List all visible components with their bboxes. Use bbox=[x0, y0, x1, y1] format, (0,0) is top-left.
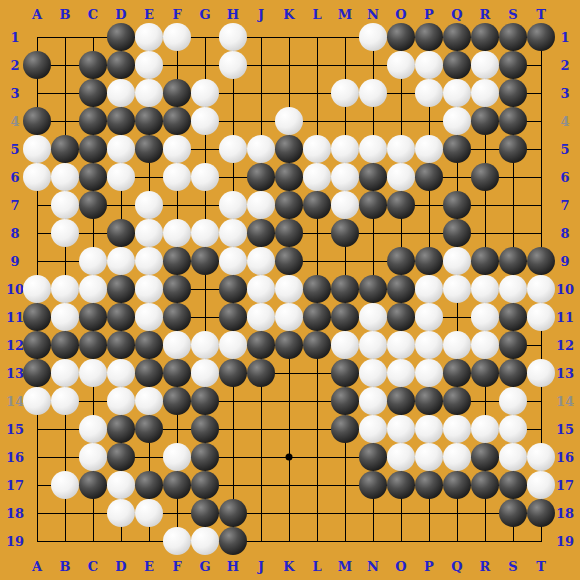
black-stone-S17[interactable] bbox=[499, 471, 527, 499]
row-label-left-6: 6 bbox=[10, 171, 19, 184]
white-stone-Q16[interactable] bbox=[443, 443, 471, 471]
black-stone-D2[interactable] bbox=[107, 51, 135, 79]
white-stone-M7[interactable] bbox=[331, 191, 359, 219]
column-label-bottom-O: O bbox=[395, 560, 406, 573]
row-label-left-4: 4 bbox=[10, 115, 19, 128]
white-stone-E14[interactable] bbox=[135, 387, 163, 415]
row-label-right-10: 10 bbox=[556, 283, 574, 296]
black-stone-E15[interactable] bbox=[135, 415, 163, 443]
black-stone-P17[interactable] bbox=[415, 471, 443, 499]
white-stone-N14[interactable] bbox=[359, 387, 387, 415]
white-stone-F8[interactable] bbox=[163, 219, 191, 247]
column-label-bottom-T: T bbox=[536, 560, 546, 573]
white-stone-G6[interactable] bbox=[191, 163, 219, 191]
black-stone-K5[interactable] bbox=[275, 135, 303, 163]
black-stone-H10[interactable] bbox=[219, 275, 247, 303]
row-label-left-19: 19 bbox=[6, 535, 24, 548]
black-stone-P6[interactable] bbox=[415, 163, 443, 191]
white-stone-O2[interactable] bbox=[387, 51, 415, 79]
white-stone-T16[interactable] bbox=[527, 443, 555, 471]
black-stone-T1[interactable] bbox=[527, 23, 555, 51]
white-stone-N5[interactable] bbox=[359, 135, 387, 163]
white-stone-T10[interactable] bbox=[527, 275, 555, 303]
black-stone-E17[interactable] bbox=[135, 471, 163, 499]
white-stone-H2[interactable] bbox=[219, 51, 247, 79]
black-stone-D16[interactable] bbox=[107, 443, 135, 471]
white-stone-O15[interactable] bbox=[387, 415, 415, 443]
column-label-top-B: B bbox=[60, 8, 71, 21]
white-stone-O16[interactable] bbox=[387, 443, 415, 471]
black-stone-S2[interactable] bbox=[499, 51, 527, 79]
black-stone-S4[interactable] bbox=[499, 107, 527, 135]
black-stone-D10[interactable] bbox=[107, 275, 135, 303]
black-stone-M11[interactable] bbox=[331, 303, 359, 331]
white-stone-M6[interactable] bbox=[331, 163, 359, 191]
white-stone-B17[interactable] bbox=[51, 471, 79, 499]
black-stone-H19[interactable] bbox=[219, 527, 247, 555]
white-stone-J10[interactable] bbox=[247, 275, 275, 303]
white-stone-F12[interactable] bbox=[163, 331, 191, 359]
column-label-bottom-M: M bbox=[338, 560, 352, 573]
column-label-bottom-P: P bbox=[424, 560, 434, 573]
black-stone-D15[interactable] bbox=[107, 415, 135, 443]
star-point-K16 bbox=[286, 454, 293, 461]
black-stone-S11[interactable] bbox=[499, 303, 527, 331]
row-label-right-4: 4 bbox=[560, 115, 569, 128]
row-label-left-18: 18 bbox=[6, 507, 24, 520]
white-stone-F16[interactable] bbox=[163, 443, 191, 471]
row-label-left-2: 2 bbox=[10, 59, 19, 72]
white-stone-E9[interactable] bbox=[135, 247, 163, 275]
black-stone-L12[interactable] bbox=[303, 331, 331, 359]
white-stone-P12[interactable] bbox=[415, 331, 443, 359]
column-label-bottom-Q: Q bbox=[451, 560, 462, 573]
black-stone-F17[interactable] bbox=[163, 471, 191, 499]
column-label-bottom-C: C bbox=[88, 560, 98, 573]
white-stone-E7[interactable] bbox=[135, 191, 163, 219]
black-stone-S3[interactable] bbox=[499, 79, 527, 107]
white-stone-Q15[interactable] bbox=[443, 415, 471, 443]
black-stone-G16[interactable] bbox=[191, 443, 219, 471]
black-stone-K7[interactable] bbox=[275, 191, 303, 219]
black-stone-D11[interactable] bbox=[107, 303, 135, 331]
black-stone-Q14[interactable] bbox=[443, 387, 471, 415]
column-label-top-N: N bbox=[367, 8, 379, 21]
row-label-left-5: 5 bbox=[10, 143, 19, 156]
white-stone-E11[interactable] bbox=[135, 303, 163, 331]
white-stone-E2[interactable] bbox=[135, 51, 163, 79]
black-stone-O10[interactable] bbox=[387, 275, 415, 303]
white-stone-H8[interactable] bbox=[219, 219, 247, 247]
black-stone-E5[interactable] bbox=[135, 135, 163, 163]
column-label-top-F: F bbox=[172, 8, 181, 21]
white-stone-E3[interactable] bbox=[135, 79, 163, 107]
black-stone-F3[interactable] bbox=[163, 79, 191, 107]
white-stone-P5[interactable] bbox=[415, 135, 443, 163]
white-stone-Q10[interactable] bbox=[443, 275, 471, 303]
white-stone-Q9[interactable] bbox=[443, 247, 471, 275]
black-stone-M8[interactable] bbox=[331, 219, 359, 247]
black-stone-Q1[interactable] bbox=[443, 23, 471, 51]
black-stone-R13[interactable] bbox=[471, 359, 499, 387]
white-stone-R10[interactable] bbox=[471, 275, 499, 303]
white-stone-R2[interactable] bbox=[471, 51, 499, 79]
white-stone-G3[interactable] bbox=[191, 79, 219, 107]
white-stone-T17[interactable] bbox=[527, 471, 555, 499]
black-stone-R6[interactable] bbox=[471, 163, 499, 191]
go-board[interactable]: AABBCCDDEEFFGGHHJJKKLLMMNNOOPPQQRRSSTT11… bbox=[0, 0, 580, 580]
white-stone-P15[interactable] bbox=[415, 415, 443, 443]
white-stone-E18[interactable] bbox=[135, 499, 163, 527]
black-stone-J8[interactable] bbox=[247, 219, 275, 247]
white-stone-T13[interactable] bbox=[527, 359, 555, 387]
white-stone-O6[interactable] bbox=[387, 163, 415, 191]
black-stone-M10[interactable] bbox=[331, 275, 359, 303]
black-stone-K9[interactable] bbox=[275, 247, 303, 275]
black-stone-S1[interactable] bbox=[499, 23, 527, 51]
white-stone-H1[interactable] bbox=[219, 23, 247, 51]
black-stone-S5[interactable] bbox=[499, 135, 527, 163]
white-stone-D9[interactable] bbox=[107, 247, 135, 275]
column-label-bottom-R: R bbox=[480, 560, 491, 573]
row-label-left-16: 16 bbox=[6, 451, 24, 464]
white-stone-H5[interactable] bbox=[219, 135, 247, 163]
white-stone-D5[interactable] bbox=[107, 135, 135, 163]
black-stone-N6[interactable] bbox=[359, 163, 387, 191]
white-stone-D3[interactable] bbox=[107, 79, 135, 107]
white-stone-A5[interactable] bbox=[23, 135, 51, 163]
white-stone-H9[interactable] bbox=[219, 247, 247, 275]
white-stone-N11[interactable] bbox=[359, 303, 387, 331]
white-stone-P3[interactable] bbox=[415, 79, 443, 107]
black-stone-Q17[interactable] bbox=[443, 471, 471, 499]
black-stone-P14[interactable] bbox=[415, 387, 443, 415]
black-stone-N7[interactable] bbox=[359, 191, 387, 219]
white-stone-R12[interactable] bbox=[471, 331, 499, 359]
black-stone-F13[interactable] bbox=[163, 359, 191, 387]
column-label-top-K: K bbox=[283, 8, 294, 21]
white-stone-M3[interactable] bbox=[331, 79, 359, 107]
white-stone-J9[interactable] bbox=[247, 247, 275, 275]
white-stone-E8[interactable] bbox=[135, 219, 163, 247]
column-label-top-T: T bbox=[536, 8, 546, 21]
black-stone-G14[interactable] bbox=[191, 387, 219, 415]
column-label-bottom-D: D bbox=[115, 560, 126, 573]
row-label-left-17: 17 bbox=[6, 479, 24, 492]
column-label-bottom-G: G bbox=[199, 560, 210, 573]
white-stone-G12[interactable] bbox=[191, 331, 219, 359]
black-stone-K12[interactable] bbox=[275, 331, 303, 359]
white-stone-B14[interactable] bbox=[51, 387, 79, 415]
white-stone-O12[interactable] bbox=[387, 331, 415, 359]
white-stone-B6[interactable] bbox=[51, 163, 79, 191]
column-label-top-G: G bbox=[199, 8, 210, 21]
white-stone-N12[interactable] bbox=[359, 331, 387, 359]
black-stone-C17[interactable] bbox=[79, 471, 107, 499]
white-stone-F5[interactable] bbox=[163, 135, 191, 163]
row-label-left-10: 10 bbox=[6, 283, 24, 296]
black-stone-H13[interactable] bbox=[219, 359, 247, 387]
white-stone-J11[interactable] bbox=[247, 303, 275, 331]
black-stone-S18[interactable] bbox=[499, 499, 527, 527]
black-stone-A12[interactable] bbox=[23, 331, 51, 359]
white-stone-T11[interactable] bbox=[527, 303, 555, 331]
white-stone-A10[interactable] bbox=[23, 275, 51, 303]
row-label-right-14: 14 bbox=[556, 395, 574, 408]
black-stone-H18[interactable] bbox=[219, 499, 247, 527]
column-label-bottom-J: J bbox=[258, 560, 264, 573]
black-stone-N10[interactable] bbox=[359, 275, 387, 303]
column-label-top-S: S bbox=[508, 8, 517, 21]
white-stone-S15[interactable] bbox=[499, 415, 527, 443]
column-label-top-O: O bbox=[395, 8, 406, 21]
column-label-bottom-B: B bbox=[60, 560, 71, 573]
white-stone-G8[interactable] bbox=[191, 219, 219, 247]
white-stone-D18[interactable] bbox=[107, 499, 135, 527]
white-stone-K10[interactable] bbox=[275, 275, 303, 303]
black-stone-S9[interactable] bbox=[499, 247, 527, 275]
white-stone-E1[interactable] bbox=[135, 23, 163, 51]
black-stone-R4[interactable] bbox=[471, 107, 499, 135]
white-stone-A6[interactable] bbox=[23, 163, 51, 191]
white-stone-H12[interactable] bbox=[219, 331, 247, 359]
white-stone-O13[interactable] bbox=[387, 359, 415, 387]
white-stone-B10[interactable] bbox=[51, 275, 79, 303]
white-stone-D13[interactable] bbox=[107, 359, 135, 387]
black-stone-D4[interactable] bbox=[107, 107, 135, 135]
black-stone-M15[interactable] bbox=[331, 415, 359, 443]
black-stone-A2[interactable] bbox=[23, 51, 51, 79]
black-stone-L7[interactable] bbox=[303, 191, 331, 219]
column-label-top-E: E bbox=[144, 8, 154, 21]
row-label-right-17: 17 bbox=[556, 479, 574, 492]
row-label-right-9: 9 bbox=[560, 255, 569, 268]
black-stone-D12[interactable] bbox=[107, 331, 135, 359]
row-label-right-18: 18 bbox=[556, 507, 574, 520]
white-stone-B7[interactable] bbox=[51, 191, 79, 219]
column-label-bottom-N: N bbox=[367, 560, 379, 573]
black-stone-D1[interactable] bbox=[107, 23, 135, 51]
black-stone-C4[interactable] bbox=[79, 107, 107, 135]
black-stone-J13[interactable] bbox=[247, 359, 275, 387]
white-stone-N13[interactable] bbox=[359, 359, 387, 387]
white-stone-E10[interactable] bbox=[135, 275, 163, 303]
white-stone-C13[interactable] bbox=[79, 359, 107, 387]
white-stone-Q12[interactable] bbox=[443, 331, 471, 359]
black-stone-R1[interactable] bbox=[471, 23, 499, 51]
column-label-top-A: A bbox=[32, 8, 42, 21]
black-stone-C2[interactable] bbox=[79, 51, 107, 79]
black-stone-M14[interactable] bbox=[331, 387, 359, 415]
white-stone-O5[interactable] bbox=[387, 135, 415, 163]
column-label-bottom-F: F bbox=[172, 560, 181, 573]
white-stone-F1[interactable] bbox=[163, 23, 191, 51]
black-stone-G17[interactable] bbox=[191, 471, 219, 499]
black-stone-Q8[interactable] bbox=[443, 219, 471, 247]
black-stone-H11[interactable] bbox=[219, 303, 247, 331]
column-label-bottom-K: K bbox=[283, 560, 294, 573]
black-stone-O1[interactable] bbox=[387, 23, 415, 51]
white-stone-N1[interactable] bbox=[359, 23, 387, 51]
white-stone-B11[interactable] bbox=[51, 303, 79, 331]
black-stone-T18[interactable] bbox=[527, 499, 555, 527]
white-stone-M5[interactable] bbox=[331, 135, 359, 163]
row-label-right-6: 6 bbox=[560, 171, 569, 184]
black-stone-E13[interactable] bbox=[135, 359, 163, 387]
white-stone-A14[interactable] bbox=[23, 387, 51, 415]
black-stone-F11[interactable] bbox=[163, 303, 191, 331]
row-label-right-12: 12 bbox=[556, 339, 574, 352]
row-label-left-11: 11 bbox=[6, 311, 24, 324]
white-stone-R3[interactable] bbox=[471, 79, 499, 107]
black-stone-L11[interactable] bbox=[303, 303, 331, 331]
black-stone-N16[interactable] bbox=[359, 443, 387, 471]
white-stone-B13[interactable] bbox=[51, 359, 79, 387]
black-stone-G9[interactable] bbox=[191, 247, 219, 275]
black-stone-F9[interactable] bbox=[163, 247, 191, 275]
white-stone-D17[interactable] bbox=[107, 471, 135, 499]
white-stone-C9[interactable] bbox=[79, 247, 107, 275]
black-stone-R17[interactable] bbox=[471, 471, 499, 499]
black-stone-C7[interactable] bbox=[79, 191, 107, 219]
black-stone-C3[interactable] bbox=[79, 79, 107, 107]
row-label-left-7: 7 bbox=[10, 199, 19, 212]
white-stone-F19[interactable] bbox=[163, 527, 191, 555]
column-label-bottom-E: E bbox=[144, 560, 154, 573]
black-stone-E4[interactable] bbox=[135, 107, 163, 135]
white-stone-H7[interactable] bbox=[219, 191, 247, 219]
black-stone-S12[interactable] bbox=[499, 331, 527, 359]
black-stone-O7[interactable] bbox=[387, 191, 415, 219]
row-label-right-7: 7 bbox=[560, 199, 569, 212]
black-stone-C5[interactable] bbox=[79, 135, 107, 163]
black-stone-A11[interactable] bbox=[23, 303, 51, 331]
black-stone-F4[interactable] bbox=[163, 107, 191, 135]
row-label-right-5: 5 bbox=[560, 143, 569, 156]
column-label-top-D: D bbox=[115, 8, 126, 21]
white-stone-P11[interactable] bbox=[415, 303, 443, 331]
row-label-left-9: 9 bbox=[10, 255, 19, 268]
white-stone-Q4[interactable] bbox=[443, 107, 471, 135]
black-stone-Q7[interactable] bbox=[443, 191, 471, 219]
white-stone-N3[interactable] bbox=[359, 79, 387, 107]
white-stone-P16[interactable] bbox=[415, 443, 443, 471]
black-stone-Q5[interactable] bbox=[443, 135, 471, 163]
black-stone-O14[interactable] bbox=[387, 387, 415, 415]
black-stone-P9[interactable] bbox=[415, 247, 443, 275]
white-stone-G19[interactable] bbox=[191, 527, 219, 555]
white-stone-S14[interactable] bbox=[499, 387, 527, 415]
white-stone-D14[interactable] bbox=[107, 387, 135, 415]
black-stone-O17[interactable] bbox=[387, 471, 415, 499]
row-label-left-14: 14 bbox=[6, 395, 24, 408]
white-stone-R15[interactable] bbox=[471, 415, 499, 443]
black-stone-J12[interactable] bbox=[247, 331, 275, 359]
white-stone-K4[interactable] bbox=[275, 107, 303, 135]
black-stone-M13[interactable] bbox=[331, 359, 359, 387]
white-stone-R11[interactable] bbox=[471, 303, 499, 331]
white-stone-P10[interactable] bbox=[415, 275, 443, 303]
black-stone-F14[interactable] bbox=[163, 387, 191, 415]
black-stone-D8[interactable] bbox=[107, 219, 135, 247]
black-stone-P1[interactable] bbox=[415, 23, 443, 51]
row-label-left-1: 1 bbox=[10, 31, 19, 44]
black-stone-A4[interactable] bbox=[23, 107, 51, 135]
white-stone-N15[interactable] bbox=[359, 415, 387, 443]
white-stone-J5[interactable] bbox=[247, 135, 275, 163]
white-stone-S16[interactable] bbox=[499, 443, 527, 471]
black-stone-N17[interactable] bbox=[359, 471, 387, 499]
black-stone-G18[interactable] bbox=[191, 499, 219, 527]
white-stone-L6[interactable] bbox=[303, 163, 331, 191]
row-label-right-19: 19 bbox=[556, 535, 574, 548]
white-stone-C10[interactable] bbox=[79, 275, 107, 303]
column-label-top-C: C bbox=[88, 8, 98, 21]
black-stone-K6[interactable] bbox=[275, 163, 303, 191]
black-stone-S13[interactable] bbox=[499, 359, 527, 387]
white-stone-F6[interactable] bbox=[163, 163, 191, 191]
row-label-right-8: 8 bbox=[560, 227, 569, 240]
black-stone-G15[interactable] bbox=[191, 415, 219, 443]
column-label-top-H: H bbox=[227, 8, 239, 21]
black-stone-L10[interactable] bbox=[303, 275, 331, 303]
black-stone-C6[interactable] bbox=[79, 163, 107, 191]
row-label-right-13: 13 bbox=[556, 367, 574, 380]
white-stone-B8[interactable] bbox=[51, 219, 79, 247]
white-stone-G4[interactable] bbox=[191, 107, 219, 135]
white-stone-M12[interactable] bbox=[331, 331, 359, 359]
black-stone-T9[interactable] bbox=[527, 247, 555, 275]
black-stone-O11[interactable] bbox=[387, 303, 415, 331]
white-stone-C15[interactable] bbox=[79, 415, 107, 443]
row-label-left-3: 3 bbox=[10, 87, 19, 100]
black-stone-Q13[interactable] bbox=[443, 359, 471, 387]
black-stone-O9[interactable] bbox=[387, 247, 415, 275]
white-stone-P13[interactable] bbox=[415, 359, 443, 387]
row-label-left-15: 15 bbox=[6, 423, 24, 436]
white-stone-K11[interactable] bbox=[275, 303, 303, 331]
row-label-right-3: 3 bbox=[560, 87, 569, 100]
white-stone-L5[interactable] bbox=[303, 135, 331, 163]
white-stone-G13[interactable] bbox=[191, 359, 219, 387]
black-stone-F10[interactable] bbox=[163, 275, 191, 303]
column-label-bottom-H: H bbox=[227, 560, 239, 573]
column-label-bottom-S: S bbox=[508, 560, 517, 573]
row-label-left-12: 12 bbox=[6, 339, 24, 352]
black-stone-E12[interactable] bbox=[135, 331, 163, 359]
black-stone-A13[interactable] bbox=[23, 359, 51, 387]
black-stone-C11[interactable] bbox=[79, 303, 107, 331]
white-stone-Q3[interactable] bbox=[443, 79, 471, 107]
black-stone-B12[interactable] bbox=[51, 331, 79, 359]
row-label-left-8: 8 bbox=[10, 227, 19, 240]
white-stone-P2[interactable] bbox=[415, 51, 443, 79]
row-label-left-13: 13 bbox=[6, 367, 24, 380]
white-stone-C16[interactable] bbox=[79, 443, 107, 471]
black-stone-J6[interactable] bbox=[247, 163, 275, 191]
black-stone-R16[interactable] bbox=[471, 443, 499, 471]
white-stone-J7[interactable] bbox=[247, 191, 275, 219]
white-stone-D6[interactable] bbox=[107, 163, 135, 191]
black-stone-K8[interactable] bbox=[275, 219, 303, 247]
black-stone-C12[interactable] bbox=[79, 331, 107, 359]
column-label-bottom-L: L bbox=[312, 560, 321, 573]
black-stone-B5[interactable] bbox=[51, 135, 79, 163]
white-stone-S10[interactable] bbox=[499, 275, 527, 303]
column-label-top-Q: Q bbox=[451, 8, 462, 21]
black-stone-R9[interactable] bbox=[471, 247, 499, 275]
black-stone-Q2[interactable] bbox=[443, 51, 471, 79]
